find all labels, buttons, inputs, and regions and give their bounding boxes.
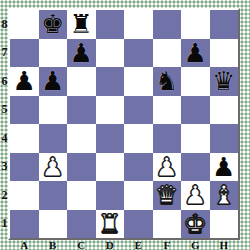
black-pawn[interactable]: ♟ [184, 40, 207, 66]
square-b1[interactable] [39, 210, 68, 239]
square-e4[interactable] [124, 124, 153, 153]
file-label-h: H [210, 239, 239, 250]
square-a6[interactable]: ♟ [10, 67, 39, 96]
square-f5[interactable] [153, 96, 182, 125]
square-b8[interactable]: ♚ [39, 10, 68, 39]
square-d7[interactable] [96, 39, 125, 68]
square-c5[interactable] [67, 96, 96, 125]
square-e7[interactable] [124, 39, 153, 68]
white-rook[interactable]: ♜ [98, 211, 121, 237]
black-king[interactable]: ♚ [41, 11, 64, 37]
white-queen[interactable]: ♛ [155, 182, 178, 208]
square-g2[interactable]: ♟ [181, 181, 210, 210]
square-g5[interactable] [181, 96, 210, 125]
black-pawn[interactable]: ♟ [13, 68, 36, 94]
square-e1[interactable] [124, 210, 153, 239]
square-f1[interactable] [153, 210, 182, 239]
square-a7[interactable] [10, 39, 39, 68]
square-d6[interactable] [96, 67, 125, 96]
square-h6[interactable]: ♛ [210, 67, 239, 96]
file-label-g: G [181, 239, 210, 250]
square-c6[interactable] [67, 67, 96, 96]
square-h5[interactable] [210, 96, 239, 125]
square-e5[interactable] [124, 96, 153, 125]
square-c3[interactable] [67, 153, 96, 182]
square-g6[interactable] [181, 67, 210, 96]
square-g7[interactable]: ♟ [181, 39, 210, 68]
square-f2[interactable]: ♛ [153, 181, 182, 210]
square-h1[interactable] [210, 210, 239, 239]
square-g1[interactable]: ♚ [181, 210, 210, 239]
square-b7[interactable] [39, 39, 68, 68]
square-b2[interactable] [39, 181, 68, 210]
square-f4[interactable] [153, 124, 182, 153]
square-b3[interactable]: ♟ [39, 153, 68, 182]
square-a4[interactable] [10, 124, 39, 153]
file-label-d: D [96, 239, 125, 250]
chessboard: ♚♜♟♟♟♟♞♛♟♟♟♛♟♝♜♚ [10, 10, 238, 238]
square-f7[interactable] [153, 39, 182, 68]
square-d5[interactable] [96, 96, 125, 125]
square-d1[interactable]: ♜ [96, 210, 125, 239]
black-queen[interactable]: ♛ [212, 68, 235, 94]
square-e3[interactable] [124, 153, 153, 182]
square-h7[interactable] [210, 39, 239, 68]
white-pawn[interactable]: ♟ [155, 154, 178, 180]
square-d4[interactable] [96, 124, 125, 153]
square-a3[interactable] [10, 153, 39, 182]
square-b6[interactable]: ♟ [39, 67, 68, 96]
square-g4[interactable] [181, 124, 210, 153]
square-e8[interactable] [124, 10, 153, 39]
white-pawn[interactable]: ♟ [41, 154, 64, 180]
square-d2[interactable] [96, 181, 125, 210]
black-pawn[interactable]: ♟ [70, 40, 93, 66]
square-h3[interactable]: ♟ [210, 153, 239, 182]
square-f3[interactable]: ♟ [153, 153, 182, 182]
white-king[interactable]: ♚ [184, 211, 207, 237]
black-knight[interactable]: ♞ [155, 68, 178, 94]
square-c8[interactable]: ♜ [67, 10, 96, 39]
square-a1[interactable] [10, 210, 39, 239]
square-c4[interactable] [67, 124, 96, 153]
square-a5[interactable] [10, 96, 39, 125]
square-h8[interactable] [210, 10, 239, 39]
square-c2[interactable] [67, 181, 96, 210]
file-labels: ABCDEFGH [10, 239, 238, 250]
square-e2[interactable] [124, 181, 153, 210]
square-d8[interactable] [96, 10, 125, 39]
square-h2[interactable]: ♝ [210, 181, 239, 210]
square-g3[interactable] [181, 153, 210, 182]
square-d3[interactable] [96, 153, 125, 182]
file-label-e: E [124, 239, 153, 250]
square-f6[interactable]: ♞ [153, 67, 182, 96]
white-pawn[interactable]: ♟ [184, 182, 207, 208]
square-a8[interactable] [10, 10, 39, 39]
black-pawn[interactable]: ♟ [41, 68, 64, 94]
black-rook[interactable]: ♜ [70, 11, 93, 37]
square-b4[interactable] [39, 124, 68, 153]
square-c1[interactable] [67, 210, 96, 239]
white-bishop[interactable]: ♝ [212, 182, 235, 208]
file-label-f: F [153, 239, 182, 250]
file-label-a: A [10, 239, 39, 250]
board-frame: 87654321 ♚♜♟♟♟♟♞♛♟♟♟♛♟♝♜♚ ABCDEFGH [0, 0, 250, 250]
board-bevel: ♚♜♟♟♟♟♞♛♟♟♟♛♟♝♜♚ [8, 8, 240, 240]
square-a2[interactable] [10, 181, 39, 210]
square-g8[interactable] [181, 10, 210, 39]
square-b5[interactable] [39, 96, 68, 125]
square-e6[interactable] [124, 67, 153, 96]
square-h4[interactable] [210, 124, 239, 153]
square-c7[interactable]: ♟ [67, 39, 96, 68]
square-f8[interactable] [153, 10, 182, 39]
file-label-b: B [39, 239, 68, 250]
file-label-c: C [67, 239, 96, 250]
black-pawn[interactable]: ♟ [212, 154, 235, 180]
